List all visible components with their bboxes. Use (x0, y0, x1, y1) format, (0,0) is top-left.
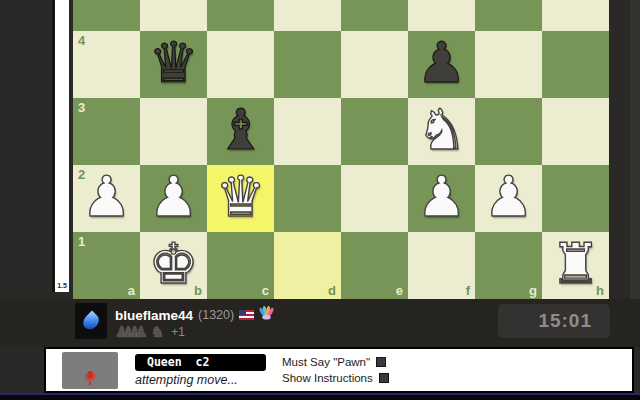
square-a3[interactable]: 3 (73, 98, 140, 165)
square-c1[interactable]: c (207, 232, 274, 299)
material-advantage: +1 (171, 325, 185, 339)
square-e2[interactable] (341, 165, 408, 232)
rank-label-4: 4 (78, 33, 85, 48)
piece-bp-f4[interactable]: ♟ (408, 31, 475, 98)
file-label-a: a (128, 283, 135, 298)
player-rating: (1320) (198, 308, 234, 322)
file-label-g: g (529, 283, 537, 298)
player-avatar[interactable] (75, 303, 107, 339)
square-a2[interactable]: 2♟ (73, 165, 140, 232)
player-clock: 15:01 (498, 304, 610, 338)
square-d2[interactable] (274, 165, 341, 232)
player-bar: blueflame44 (1320) ♟♟♟♟♞+1 15:01 (0, 299, 640, 347)
square-c2[interactable]: ♛ (207, 165, 274, 232)
piece-wq-c2[interactable]: ♛ (207, 165, 274, 232)
microphone-icon (84, 371, 96, 385)
evaluation-bar: 1.5 (52, 0, 69, 292)
square-b2[interactable]: ♟ (140, 165, 207, 232)
square-f2[interactable]: ♟ (408, 165, 475, 232)
square-c3[interactable]: ♝ (207, 98, 274, 165)
rank-label-1: 1 (78, 234, 85, 249)
square-h4[interactable] (542, 31, 609, 98)
square-a5[interactable] (73, 0, 140, 31)
square-d1[interactable]: d (274, 232, 341, 299)
square-b3[interactable] (140, 98, 207, 165)
must-say-pawn-option: Must Say "Pawn" (282, 356, 386, 368)
square-c5[interactable] (207, 0, 274, 31)
must-say-pawn-label: Must Say "Pawn" (282, 356, 370, 368)
square-g5[interactable] (475, 0, 542, 31)
square-h2[interactable] (542, 165, 609, 232)
piece-wp-b2[interactable]: ♟ (140, 165, 207, 232)
chess-board[interactable]: 4♛♟3♝♞2♟♟♛♟♟1ab♚cdefgh♜ (73, 0, 609, 299)
piece-wk-b1[interactable]: ♚ (140, 232, 207, 299)
voice-control-panel: Queen c2 attempting move... Must Say "Pa… (44, 347, 634, 393)
square-f5[interactable] (408, 0, 475, 31)
piece-wn-f3[interactable]: ♞ (408, 98, 475, 165)
square-a1[interactable]: 1a (73, 232, 140, 299)
square-g1[interactable]: g (475, 232, 542, 299)
square-f4[interactable]: ♟ (408, 31, 475, 98)
flair-icon (259, 306, 274, 324)
evaluation-value: 1.5 (55, 282, 69, 289)
captured-pieces-tray: ♟♟♟♟♞+1 (115, 323, 185, 341)
player-info-line: blueflame44 (1320) (115, 306, 274, 324)
piece-bq-b4[interactable]: ♛ (140, 31, 207, 98)
square-g2[interactable]: ♟ (475, 165, 542, 232)
board-grid: 4♛♟3♝♞2♟♟♛♟♟1ab♚cdefgh♜ (73, 0, 609, 299)
bottom-bar (0, 393, 640, 400)
us-flag-icon (239, 310, 254, 320)
show-instructions-checkbox[interactable] (379, 373, 389, 383)
blue-flame-avatar-icon (80, 310, 102, 332)
file-label-f: f (466, 283, 470, 298)
background-strip (630, 0, 640, 299)
command-status: attempting move... (135, 373, 238, 387)
square-e4[interactable] (341, 31, 408, 98)
square-h3[interactable] (542, 98, 609, 165)
rank-label-3: 3 (78, 100, 85, 115)
square-f3[interactable]: ♞ (408, 98, 475, 165)
square-d4[interactable] (274, 31, 341, 98)
player-username[interactable]: blueflame44 (115, 308, 193, 323)
square-g3[interactable] (475, 98, 542, 165)
show-instructions-option: Show Instructions (282, 372, 389, 384)
file-label-e: e (396, 283, 403, 298)
recognized-command: Queen c2 (135, 354, 266, 371)
must-say-pawn-checkbox[interactable] (376, 357, 386, 367)
square-g4[interactable] (475, 31, 542, 98)
piece-wr-h1[interactable]: ♜ (542, 232, 609, 299)
square-a4[interactable]: 4 (73, 31, 140, 98)
piece-bb-c3[interactable]: ♝ (207, 98, 274, 165)
square-c4[interactable] (207, 31, 274, 98)
file-label-c: c (262, 283, 269, 298)
square-d5[interactable] (274, 0, 341, 31)
square-e3[interactable] (341, 98, 408, 165)
file-label-d: d (328, 283, 336, 298)
square-b4[interactable]: ♛ (140, 31, 207, 98)
square-e5[interactable] (341, 0, 408, 31)
square-f1[interactable]: f (408, 232, 475, 299)
square-h1[interactable]: h♜ (542, 232, 609, 299)
square-d3[interactable] (274, 98, 341, 165)
piece-wp-a2[interactable]: ♟ (73, 165, 140, 232)
square-b5[interactable] (140, 0, 207, 31)
chess-app-window: 1.5 4♛♟3♝♞2♟♟♛♟♟1ab♚cdefgh♜ blueflame44 … (0, 0, 640, 400)
square-e1[interactable]: e (341, 232, 408, 299)
microphone-status-box (62, 352, 118, 389)
square-h5[interactable] (542, 0, 609, 31)
captured-knight-icon: ♞ (151, 323, 164, 341)
square-b1[interactable]: b♚ (140, 232, 207, 299)
show-instructions-label: Show Instructions (282, 372, 373, 384)
piece-wp-f2[interactable]: ♟ (408, 165, 475, 232)
captured-pawn-icon: ♟ (134, 323, 147, 341)
piece-wp-g2[interactable]: ♟ (475, 165, 542, 232)
